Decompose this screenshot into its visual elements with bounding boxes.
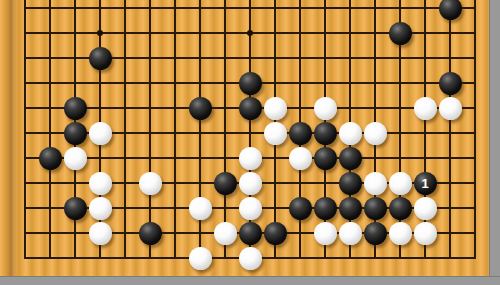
white-stone[interactable] bbox=[264, 97, 287, 120]
white-stone[interactable] bbox=[239, 197, 262, 220]
window-border-right bbox=[489, 0, 500, 285]
white-stone[interactable] bbox=[64, 147, 87, 170]
grid-line-vertical bbox=[474, 0, 476, 259]
white-stone[interactable] bbox=[89, 172, 112, 195]
black-stone[interactable] bbox=[314, 197, 337, 220]
white-stone[interactable] bbox=[264, 122, 287, 145]
grid-line-vertical bbox=[149, 0, 151, 259]
black-stone[interactable] bbox=[439, 72, 462, 95]
grid-line-vertical bbox=[249, 0, 251, 259]
black-stone[interactable] bbox=[314, 122, 337, 145]
black-stone[interactable] bbox=[139, 222, 162, 245]
black-stone[interactable] bbox=[64, 197, 87, 220]
black-stone[interactable] bbox=[239, 222, 262, 245]
white-stone[interactable] bbox=[239, 172, 262, 195]
move-number-label: 1 bbox=[421, 176, 428, 189]
black-stone[interactable] bbox=[239, 72, 262, 95]
black-stone[interactable] bbox=[89, 47, 112, 70]
black-stone[interactable] bbox=[64, 97, 87, 120]
white-stone[interactable] bbox=[189, 247, 212, 270]
black-stone[interactable] bbox=[339, 147, 362, 170]
white-stone[interactable] bbox=[89, 197, 112, 220]
grid-line-vertical bbox=[224, 0, 226, 259]
white-stone[interactable] bbox=[314, 97, 337, 120]
black-stone[interactable] bbox=[289, 122, 312, 145]
black-stone[interactable] bbox=[239, 97, 262, 120]
grid-line-vertical bbox=[24, 0, 26, 259]
black-stone[interactable] bbox=[364, 222, 387, 245]
white-stone[interactable] bbox=[139, 172, 162, 195]
grid-line-vertical bbox=[449, 0, 451, 259]
go-board[interactable]: 1 bbox=[0, 0, 490, 277]
go-app-viewport: 1 bbox=[0, 0, 500, 285]
white-stone[interactable] bbox=[289, 147, 312, 170]
white-stone[interactable] bbox=[439, 97, 462, 120]
grid-line-vertical bbox=[124, 0, 126, 259]
black-stone[interactable] bbox=[39, 147, 62, 170]
marked-move-stone[interactable]: 1 bbox=[414, 172, 437, 195]
black-stone[interactable] bbox=[439, 0, 462, 20]
black-stone[interactable] bbox=[214, 172, 237, 195]
grid-line-vertical bbox=[199, 0, 201, 259]
white-stone[interactable] bbox=[339, 122, 362, 145]
black-stone[interactable] bbox=[364, 197, 387, 220]
star-point bbox=[247, 30, 253, 36]
black-stone[interactable] bbox=[389, 22, 412, 45]
star-point bbox=[97, 30, 103, 36]
black-stone[interactable] bbox=[189, 97, 212, 120]
white-stone[interactable] bbox=[314, 222, 337, 245]
grid-line-vertical bbox=[424, 0, 426, 259]
white-stone[interactable] bbox=[364, 122, 387, 145]
black-stone[interactable] bbox=[314, 147, 337, 170]
black-stone[interactable] bbox=[64, 122, 87, 145]
white-stone[interactable] bbox=[239, 147, 262, 170]
black-stone[interactable] bbox=[339, 197, 362, 220]
black-stone[interactable] bbox=[289, 197, 312, 220]
black-stone[interactable] bbox=[389, 197, 412, 220]
grid-line-vertical bbox=[174, 0, 176, 259]
white-stone[interactable] bbox=[214, 222, 237, 245]
white-stone[interactable] bbox=[339, 222, 362, 245]
white-stone[interactable] bbox=[389, 172, 412, 195]
black-stone[interactable] bbox=[339, 172, 362, 195]
white-stone[interactable] bbox=[414, 97, 437, 120]
grid-line-horizontal bbox=[24, 7, 476, 9]
white-stone[interactable] bbox=[389, 222, 412, 245]
white-stone[interactable] bbox=[414, 222, 437, 245]
white-stone[interactable] bbox=[414, 197, 437, 220]
grid-line-vertical bbox=[49, 0, 51, 259]
white-stone[interactable] bbox=[89, 222, 112, 245]
white-stone[interactable] bbox=[89, 122, 112, 145]
board-left-edge-shading bbox=[6, 0, 17, 277]
black-stone[interactable] bbox=[264, 222, 287, 245]
white-stone[interactable] bbox=[189, 197, 212, 220]
window-border-bottom bbox=[0, 276, 500, 285]
white-stone[interactable] bbox=[239, 247, 262, 270]
white-stone[interactable] bbox=[364, 172, 387, 195]
